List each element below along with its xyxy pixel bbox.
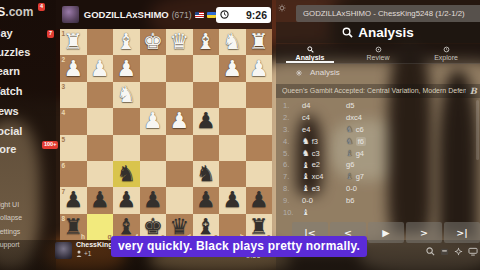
square-b4[interactable] bbox=[219, 108, 246, 134]
white-piece[interactable]: ♟ bbox=[222, 58, 242, 80]
white-piece[interactable]: ♝ bbox=[116, 31, 136, 53]
screenshot-root: CHESS.com Play Puzzles Learn Watch News … bbox=[0, 0, 480, 270]
sidebar-item-news[interactable]: News bbox=[0, 105, 19, 117]
chess-board[interactable]: ♜1♝♚♛♝♞♜♟2♟♟♟♟3♞4♟♟♟56♞♞♟7♟♟♟♟♟♟♜8hg♝f♚e… bbox=[60, 29, 272, 240]
explore-tab-icon bbox=[443, 46, 450, 53]
white-piece[interactable]: ♞ bbox=[116, 84, 136, 106]
square-c1[interactable]: ♝ bbox=[193, 29, 220, 55]
move[interactable]: 0-0 bbox=[302, 196, 346, 205]
black-piece[interactable]: ♟ bbox=[196, 110, 216, 132]
square-b3[interactable] bbox=[219, 82, 246, 108]
white-piece[interactable]: ♟ bbox=[249, 58, 269, 80]
move[interactable]: ♝e2 bbox=[302, 160, 346, 169]
move[interactable]: 0-0 bbox=[346, 184, 406, 193]
square-e6[interactable] bbox=[140, 161, 167, 187]
square-h6[interactable]: 6 bbox=[60, 161, 87, 187]
move[interactable]: ♝e3 bbox=[302, 184, 346, 193]
sidebar-footer-collapse[interactable]: Collapse bbox=[0, 214, 22, 221]
square-b7[interactable]: ♟ bbox=[219, 187, 246, 213]
move[interactable]: ♝g7 bbox=[346, 172, 406, 181]
board-control-icons bbox=[426, 247, 478, 256]
person-icon bbox=[76, 250, 82, 257]
move-row: 3.e4♞c6 bbox=[276, 124, 476, 136]
panel-tabs: Analysis Review Explore bbox=[276, 44, 480, 64]
square-d2[interactable] bbox=[166, 55, 193, 81]
play-button[interactable]: ▶ bbox=[368, 222, 404, 243]
streamer-avatar[interactable] bbox=[55, 242, 72, 259]
opening-book-icon[interactable]: B bbox=[470, 86, 477, 96]
black-piece[interactable]: ♟ bbox=[196, 189, 216, 211]
sidebar-item-social[interactable]: Social bbox=[0, 125, 22, 137]
square-h7[interactable]: ♟7 bbox=[60, 187, 87, 213]
sidebar-item-more[interactable]: More bbox=[0, 143, 16, 155]
notification-badge: 4 bbox=[38, 3, 45, 11]
move-list[interactable]: 1.d4d52.c4dxc43.e4♞c64.♞f3♞f65.♞c3♝g46.♝… bbox=[276, 100, 476, 218]
white-piece[interactable]: ♛ bbox=[169, 31, 189, 53]
square-e4[interactable]: ♟ bbox=[140, 108, 167, 134]
white-piece[interactable]: ♜ bbox=[63, 31, 83, 53]
square-h2[interactable]: ♟2 bbox=[60, 55, 87, 81]
square-b5[interactable] bbox=[219, 135, 246, 161]
us-flag-icon bbox=[195, 12, 204, 18]
white-piece[interactable]: ♞ bbox=[222, 31, 242, 53]
move[interactable]: d5 bbox=[346, 101, 406, 110]
square-c3[interactable] bbox=[193, 82, 220, 108]
square-g4[interactable] bbox=[87, 108, 114, 134]
move-row: 10.♝ bbox=[276, 206, 476, 218]
black-piece[interactable]: ♝ bbox=[116, 216, 136, 238]
square-d1[interactable]: ♛ bbox=[166, 29, 193, 55]
square-a3[interactable] bbox=[246, 82, 273, 108]
display-icon[interactable] bbox=[468, 247, 478, 256]
gear-icon[interactable] bbox=[278, 4, 286, 12]
sidebar-footer-support[interactable]: Support bbox=[0, 241, 20, 248]
square-g5[interactable] bbox=[87, 135, 114, 161]
move[interactable]: ♝ bbox=[302, 208, 346, 217]
sidebar-item-learn[interactable]: Learn bbox=[0, 65, 20, 77]
square-e2[interactable] bbox=[140, 55, 167, 81]
square-h1[interactable]: ♜1 bbox=[60, 29, 87, 55]
white-piece[interactable]: ♜ bbox=[249, 31, 269, 53]
square-d5[interactable] bbox=[166, 135, 193, 161]
sidebar-item-puzzles[interactable]: Puzzles bbox=[0, 46, 30, 58]
white-piece[interactable]: ♟ bbox=[169, 110, 189, 132]
sidebar-item-play[interactable]: Play bbox=[0, 27, 13, 39]
black-piece[interactable]: ♟ bbox=[249, 189, 269, 211]
square-h5[interactable]: 5 bbox=[60, 135, 87, 161]
player-bar-top: GODZILLAxSHIMO (671) 9:26 bbox=[56, 0, 272, 29]
square-d6[interactable] bbox=[166, 161, 193, 187]
game-title-bar: GODZILLAxSHIMO - ChessKing5248 (1/2-1/2) bbox=[296, 5, 480, 22]
square-g1[interactable] bbox=[87, 29, 114, 55]
analysis-panel: GODZILLAxSHIMO - ChessKing5248 (1/2-1/2)… bbox=[276, 0, 480, 270]
square-d7[interactable] bbox=[166, 187, 193, 213]
move-row: 4.♞f3♞f6 bbox=[276, 135, 476, 147]
move-row: 5.♞c3♝g4 bbox=[276, 147, 476, 159]
square-h3[interactable]: 3 bbox=[60, 82, 87, 108]
next-move-button[interactable]: > bbox=[406, 222, 442, 243]
square-a2[interactable]: ♟ bbox=[246, 55, 273, 81]
square-c4[interactable]: ♟ bbox=[193, 108, 220, 134]
subtitle-caption: very quickly. Black plays pretty normall… bbox=[111, 236, 367, 257]
move[interactable]: b6 bbox=[346, 196, 406, 205]
black-piece[interactable]: ♞ bbox=[116, 163, 136, 185]
engine-selector[interactable]: Analysis bbox=[296, 68, 340, 77]
square-b2[interactable]: ♟ bbox=[219, 55, 246, 81]
black-piece[interactable]: ♜ bbox=[249, 216, 269, 238]
move[interactable]: dxc4 bbox=[346, 113, 406, 122]
zoom-icon[interactable] bbox=[426, 247, 435, 256]
scrollbar[interactable] bbox=[476, 100, 479, 160]
move-row: 6.♝e2g6 bbox=[276, 159, 476, 171]
square-h4[interactable]: 4 bbox=[60, 108, 87, 134]
square-b6[interactable] bbox=[219, 161, 246, 187]
black-piece[interactable]: ♟ bbox=[90, 189, 110, 211]
black-piece[interactable]: ♟ bbox=[143, 189, 163, 211]
move[interactable]: ♞c3 bbox=[302, 149, 346, 158]
player-rating: (671) bbox=[172, 10, 192, 20]
square-c5[interactable] bbox=[193, 135, 220, 161]
clock-time: 9:26 bbox=[246, 9, 267, 21]
white-piece[interactable]: ♟ bbox=[90, 58, 110, 80]
square-b1[interactable]: ♞ bbox=[219, 29, 246, 55]
magnifier-icon bbox=[342, 27, 353, 38]
sidebar-footer-settings[interactable]: Settings bbox=[0, 228, 20, 235]
square-g6[interactable] bbox=[87, 161, 114, 187]
square-a7[interactable]: ♟ bbox=[246, 187, 273, 213]
square-d4[interactable]: ♟ bbox=[166, 108, 193, 134]
move-row: 7.♝xc4♝g7 bbox=[276, 171, 476, 183]
move-row: 9.0-0b6 bbox=[276, 194, 476, 206]
square-f1[interactable]: ♝ bbox=[113, 29, 140, 55]
square-g2[interactable]: ♟ bbox=[87, 55, 114, 81]
ua-flag-icon bbox=[207, 12, 216, 18]
square-e1[interactable]: ♚ bbox=[140, 29, 167, 55]
move[interactable]: ♞f3 bbox=[302, 137, 346, 146]
white-piece[interactable]: ♚ bbox=[143, 31, 163, 53]
last-move-button[interactable]: >| bbox=[444, 222, 480, 243]
square-f2[interactable]: ♟ bbox=[113, 55, 140, 81]
square-e5[interactable] bbox=[140, 135, 167, 161]
review-tab-icon bbox=[375, 46, 382, 53]
clock-icon bbox=[220, 10, 229, 19]
square-c7[interactable]: ♟ bbox=[193, 187, 220, 213]
square-f5[interactable] bbox=[113, 135, 140, 161]
move[interactable]: ♝xc4 bbox=[302, 172, 346, 181]
square-g7[interactable]: ♟ bbox=[87, 187, 114, 213]
square-a1[interactable]: ♜ bbox=[246, 29, 273, 55]
move[interactable]: ♞f6 bbox=[346, 137, 406, 146]
move[interactable]: ♝g4 bbox=[346, 149, 406, 158]
tab-review[interactable]: Review bbox=[344, 44, 412, 63]
analysis-tab-icon bbox=[307, 46, 314, 53]
square-g8[interactable]: g bbox=[87, 214, 114, 240]
white-piece[interactable]: ♟ bbox=[143, 110, 163, 132]
square-a6[interactable] bbox=[246, 161, 273, 187]
black-piece[interactable]: ♚ bbox=[143, 216, 163, 238]
move-row: 1.d4d5 bbox=[276, 100, 476, 112]
black-piece[interactable]: ♞ bbox=[196, 163, 216, 185]
social-count-badge: 100+ bbox=[42, 141, 58, 149]
opening-name[interactable]: Queen's Gambit Accepted: Central Variati… bbox=[282, 87, 466, 94]
tab-explore[interactable]: Explore bbox=[412, 44, 480, 63]
sidebar-item-watch[interactable]: Watch bbox=[0, 85, 23, 97]
white-clock: 9:26 bbox=[216, 7, 271, 23]
square-a5[interactable] bbox=[246, 135, 273, 161]
move[interactable]: c4 bbox=[302, 113, 346, 122]
white-piece[interactable]: ♟ bbox=[63, 58, 83, 80]
square-a4[interactable] bbox=[246, 108, 273, 134]
square-f4[interactable] bbox=[113, 108, 140, 134]
chesscom-logo[interactable]: CHESS.com bbox=[0, 5, 33, 19]
square-g3[interactable] bbox=[87, 82, 114, 108]
player-name[interactable]: GODZILLAxSHIMO bbox=[84, 9, 169, 20]
sidebar: CHESS.com Play Puzzles Learn Watch News … bbox=[0, 0, 56, 270]
black-piece[interactable]: ♟ bbox=[63, 189, 83, 211]
move[interactable]: ♞c6 bbox=[346, 125, 406, 134]
square-e7[interactable]: ♟ bbox=[140, 187, 167, 213]
square-h8[interactable]: ♜8h bbox=[60, 214, 87, 240]
board-icon[interactable] bbox=[440, 247, 449, 256]
move-row: 2.c4dxc4 bbox=[276, 112, 476, 124]
square-c2[interactable] bbox=[193, 55, 220, 81]
square-d3[interactable] bbox=[166, 82, 193, 108]
move[interactable]: e4 bbox=[302, 125, 346, 134]
play-count-badge: 7 bbox=[47, 30, 54, 38]
square-f6[interactable]: ♞ bbox=[113, 161, 140, 187]
square-f7[interactable]: ♟ bbox=[113, 187, 140, 213]
black-piece[interactable]: ♟ bbox=[116, 189, 136, 211]
black-piece[interactable]: ♝ bbox=[196, 216, 216, 238]
engine-icon bbox=[296, 70, 302, 76]
white-piece[interactable]: ♝ bbox=[196, 31, 216, 53]
square-e3[interactable] bbox=[140, 82, 167, 108]
panel-header: Analysis bbox=[276, 25, 480, 40]
tab-analysis[interactable]: Analysis bbox=[276, 44, 344, 63]
sidebar-footer-light-ui[interactable]: Light UI bbox=[0, 201, 19, 208]
square-f3[interactable]: ♞ bbox=[113, 82, 140, 108]
white-piece[interactable]: ♟ bbox=[116, 58, 136, 80]
black-piece[interactable]: ♟ bbox=[222, 189, 242, 211]
square-c6[interactable]: ♞ bbox=[193, 161, 220, 187]
move[interactable]: g6 bbox=[346, 160, 406, 169]
avatar[interactable] bbox=[62, 6, 79, 23]
settings-icon[interactable] bbox=[454, 247, 463, 256]
move[interactable]: d4 bbox=[302, 101, 346, 110]
move-row: 8.♝e30-0 bbox=[276, 183, 476, 195]
